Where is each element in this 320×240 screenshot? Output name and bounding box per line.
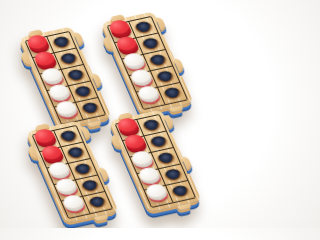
counter-hole	[148, 134, 168, 148]
counter-hole	[73, 84, 93, 98]
connector-tab-right-side-lower	[174, 58, 185, 71]
counter-hole	[163, 167, 183, 181]
connector-tab-right-side-lower	[182, 156, 193, 169]
ten-frame-board-top-left	[19, 26, 112, 129]
ten-frame-board-top-right	[101, 11, 194, 114]
counter-hole	[87, 195, 107, 209]
connector-tab-right-side-upper	[81, 126, 92, 139]
connector-tab-bottom-edge	[94, 214, 109, 221]
counter-hole	[80, 178, 100, 192]
counter-hole	[141, 118, 161, 132]
connector-tab-bottom-edge	[169, 105, 184, 112]
counter-hole	[73, 162, 93, 176]
ten-frame-board-bottom-left	[26, 120, 119, 223]
counter-hole	[65, 145, 85, 159]
counter-hole	[133, 20, 153, 34]
connector-tab-right-side-lower	[92, 73, 103, 86]
product-photo-scene	[0, 0, 228, 228]
connector-tab-bottom-edge	[87, 120, 102, 127]
counter-hole	[162, 86, 182, 100]
counter-hole	[51, 35, 71, 49]
connector-tab-right-side-upper	[156, 17, 167, 30]
connector-tab-right-side-upper	[74, 32, 85, 45]
counter-hole	[66, 68, 86, 82]
counter-hole	[58, 129, 78, 143]
counter-hole	[58, 51, 78, 65]
counter-hole	[80, 101, 100, 115]
counter-hole	[156, 151, 176, 165]
counter-hole	[140, 36, 160, 50]
connector-tab-right-side-lower	[99, 167, 110, 180]
counter-hole	[170, 184, 190, 198]
counter-hole	[155, 69, 175, 83]
ten-frame-board-bottom-right	[109, 109, 202, 212]
connector-tab-bottom-edge	[177, 203, 192, 210]
counter-hole	[148, 53, 168, 67]
connector-tab-right-side-upper	[164, 115, 175, 128]
